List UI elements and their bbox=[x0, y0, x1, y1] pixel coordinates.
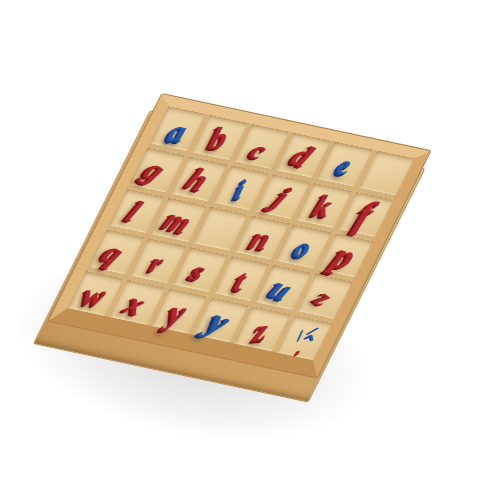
letter-stack-p-red: p bbox=[327, 238, 362, 276]
letter-stack-y-red: y bbox=[165, 296, 191, 330]
letter-stack-h-red: h bbox=[182, 163, 215, 197]
letter-stack-w-red: w bbox=[79, 279, 111, 311]
letter-stack-k-red: k bbox=[310, 191, 337, 223]
letter-stack-c-red: c bbox=[246, 136, 272, 164]
letter-stack-s-red: s bbox=[186, 257, 212, 287]
letter-stack-r-red: r bbox=[147, 249, 168, 277]
letter-stack-i-blue: i bbox=[232, 175, 248, 203]
letter-stack-g-red: g bbox=[138, 153, 172, 187]
letter-stack-n-red: n bbox=[246, 223, 275, 255]
letter-stack-x-red: x bbox=[121, 287, 152, 321]
letter-stack-y-blue: y bbox=[202, 302, 237, 340]
letter-stack-o-blue: o bbox=[291, 234, 313, 262]
letter-stack-z-red: z bbox=[252, 315, 271, 346]
letter-stack-e-blue: e bbox=[334, 152, 353, 179]
letter-stack-a-blue: a bbox=[164, 116, 191, 148]
letter-stack-l-red: l bbox=[121, 196, 147, 227]
letter-stack-d-red: d bbox=[286, 140, 318, 174]
product-photo-scene: abcdeghijkflmnopqrstuzwxyyz∕∕^, bbox=[0, 0, 500, 500]
letter-stack-q-red: q bbox=[97, 236, 130, 270]
letter-stack-b-red: b bbox=[206, 123, 231, 154]
letter-stack-f-red: f bbox=[351, 196, 379, 235]
letter-stack-t-red: t bbox=[231, 265, 251, 296]
letter-stack-m-red: m bbox=[158, 203, 197, 239]
letter-stack-z-red: z bbox=[310, 285, 337, 311]
letter-stack-j-red: j bbox=[268, 182, 295, 213]
letter-stack-u-blue: u bbox=[265, 272, 299, 306]
